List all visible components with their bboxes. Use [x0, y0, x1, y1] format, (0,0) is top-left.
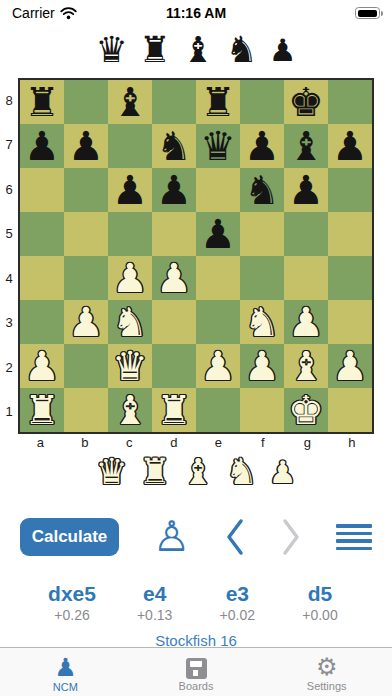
square-d1[interactable]: ♜ — [152, 388, 196, 432]
pawn-icon: ♟ — [54, 655, 76, 680]
square-g4[interactable] — [284, 256, 328, 300]
board-area: 87654321 ♜♝♜♚♟♟♞♛♟♝♟♟♟♞♟♟♟♟♟♞♞♟♟♛♟♟♝♟♜♝♜… — [0, 78, 392, 451]
square-e3[interactable] — [196, 300, 240, 344]
clock: 11:16 AM — [0, 5, 392, 21]
square-b6[interactable] — [64, 168, 108, 212]
file-label-d: d — [152, 435, 197, 451]
previous-move-chevron-icon[interactable] — [224, 517, 246, 557]
square-d5[interactable] — [152, 212, 196, 256]
move-san: e4 — [129, 582, 181, 606]
square-h8[interactable] — [328, 80, 372, 124]
file-label-h: h — [330, 435, 375, 451]
square-g2[interactable]: ♝ — [284, 344, 328, 388]
move-san: dxe5 — [46, 582, 98, 606]
tray-white-bishop[interactable]: ♝ — [182, 453, 214, 491]
square-g8[interactable]: ♚ — [284, 80, 328, 124]
square-e7[interactable]: ♛ — [196, 124, 240, 168]
gear-icon: ⚙ — [316, 655, 338, 679]
square-d2[interactable] — [152, 344, 196, 388]
square-d6[interactable]: ♟ — [152, 168, 196, 212]
black-pawn[interactable]: ♟ — [332, 124, 368, 168]
square-a5[interactable] — [20, 212, 64, 256]
square-h1[interactable] — [328, 388, 372, 432]
white-pawn[interactable]: ♟ — [332, 344, 368, 388]
square-f2[interactable]: ♟ — [240, 344, 284, 388]
square-e4[interactable] — [196, 256, 240, 300]
rank-label-3: 3 — [0, 301, 18, 346]
app-screen: Carrier 11:16 AM ♛♜♝♞♟ 87654321 ♜♝♜♚♟♟♞♛… — [0, 0, 392, 696]
white-bishop[interactable]: ♝ — [112, 388, 148, 432]
square-h5[interactable] — [328, 212, 372, 256]
move-eval: +0.13 — [129, 607, 181, 623]
square-d7[interactable]: ♞ — [152, 124, 196, 168]
square-c6[interactable]: ♟ — [108, 168, 152, 212]
square-e1[interactable] — [196, 388, 240, 432]
white-pawn[interactable]: ♟ — [112, 256, 148, 300]
square-b7[interactable]: ♟ — [64, 124, 108, 168]
square-a2[interactable]: ♟ — [20, 344, 64, 388]
square-e2[interactable]: ♟ — [196, 344, 240, 388]
square-f4[interactable] — [240, 256, 284, 300]
rank-label-2: 2 — [0, 345, 18, 390]
square-f6[interactable]: ♞ — [240, 168, 284, 212]
square-f1[interactable] — [240, 388, 284, 432]
square-g5[interactable] — [284, 212, 328, 256]
black-queen[interactable]: ♛ — [200, 124, 236, 168]
square-f5[interactable] — [240, 212, 284, 256]
black-pawn[interactable]: ♟ — [156, 168, 192, 212]
move-suggestion-dxe5[interactable]: dxe5+0.26 — [46, 582, 98, 623]
black-bishop[interactable]: ♝ — [112, 80, 148, 124]
black-rook[interactable]: ♜ — [200, 80, 236, 124]
white-pawn[interactable]: ♟ — [244, 344, 280, 388]
tray-black-bishop[interactable]: ♝ — [182, 31, 214, 69]
square-a8[interactable]: ♜ — [20, 80, 64, 124]
square-a6[interactable] — [20, 168, 64, 212]
square-h6[interactable] — [328, 168, 372, 212]
move-eval: +0.00 — [294, 607, 346, 623]
tray-white-rook[interactable]: ♜ — [139, 453, 171, 491]
white-pawn[interactable]: ♟ — [68, 300, 104, 344]
tab-ncm[interactable]: ♟ NCM — [0, 648, 131, 696]
square-c2[interactable]: ♛ — [108, 344, 152, 388]
square-d8[interactable] — [152, 80, 196, 124]
white-piece-tray: ♛♜♝♞♟ — [0, 453, 392, 491]
next-move-chevron-icon[interactable] — [280, 517, 302, 557]
white-king[interactable]: ♚ — [288, 388, 324, 432]
square-h2[interactable]: ♟ — [328, 344, 372, 388]
file-label-e: e — [196, 435, 241, 451]
square-g1[interactable]: ♚ — [284, 388, 328, 432]
white-pawn[interactable]: ♟ — [156, 256, 192, 300]
square-a7[interactable]: ♟ — [20, 124, 64, 168]
square-e6[interactable] — [196, 168, 240, 212]
black-pawn[interactable]: ♟ — [68, 124, 104, 168]
move-san: e3 — [211, 582, 263, 606]
square-f7[interactable]: ♟ — [240, 124, 284, 168]
black-pawn[interactable]: ♟ — [24, 124, 60, 168]
square-a4[interactable] — [20, 256, 64, 300]
rank-label-1: 1 — [0, 390, 18, 435]
black-knight[interactable]: ♞ — [156, 124, 192, 168]
square-c4[interactable]: ♟ — [108, 256, 152, 300]
black-king[interactable]: ♚ — [288, 80, 324, 124]
status-bar: Carrier 11:16 AM — [0, 0, 392, 26]
square-b5[interactable] — [64, 212, 108, 256]
black-pawn[interactable]: ♟ — [244, 124, 280, 168]
move-eval: +0.02 — [211, 607, 263, 623]
square-g6[interactable]: ♟ — [284, 168, 328, 212]
black-piece-tray: ♛♜♝♞♟ — [0, 29, 392, 69]
white-rook[interactable]: ♜ — [24, 388, 60, 432]
square-h4[interactable] — [328, 256, 372, 300]
side-to-move-pawn-icon[interactable]: ♙ — [153, 515, 191, 559]
tray-black-rook[interactable]: ♜ — [139, 31, 171, 69]
calculate-button[interactable]: Calculate — [20, 518, 119, 556]
tray-white-pawn[interactable]: ♟ — [269, 453, 297, 491]
rank-label-5: 5 — [0, 212, 18, 257]
black-pawn[interactable]: ♟ — [112, 168, 148, 212]
square-b4[interactable] — [64, 256, 108, 300]
floppy-disk-icon — [186, 658, 207, 679]
file-labels: abcdefgh — [18, 435, 374, 451]
move-eval: +0.26 — [46, 607, 98, 623]
controls-row: Calculate ♙ — [0, 515, 392, 559]
tray-black-knight[interactable]: ♞ — [225, 31, 257, 69]
square-c7[interactable] — [108, 124, 152, 168]
black-rook[interactable]: ♜ — [24, 80, 60, 124]
square-f8[interactable] — [240, 80, 284, 124]
square-d4[interactable]: ♟ — [152, 256, 196, 300]
rank-labels: 87654321 — [0, 78, 18, 434]
rank-label-8: 8 — [0, 78, 18, 123]
square-b3[interactable]: ♟ — [64, 300, 108, 344]
square-g3[interactable]: ♟ — [284, 300, 328, 344]
menu-icon[interactable] — [336, 524, 372, 550]
rank-label-6: 6 — [0, 167, 18, 212]
white-queen[interactable]: ♛ — [112, 344, 148, 388]
rank-label-7: 7 — [0, 123, 18, 168]
tab-bar: ♟ NCM Boards ⚙ Settings — [0, 647, 392, 696]
square-c3[interactable]: ♞ — [108, 300, 152, 344]
square-a3[interactable] — [20, 300, 64, 344]
battery-icon — [355, 7, 380, 19]
square-c5[interactable] — [108, 212, 152, 256]
square-c1[interactable]: ♝ — [108, 388, 152, 432]
square-g7[interactable]: ♝ — [284, 124, 328, 168]
square-h3[interactable] — [328, 300, 372, 344]
square-e8[interactable]: ♜ — [196, 80, 240, 124]
white-pawn[interactable]: ♟ — [200, 344, 236, 388]
square-c8[interactable]: ♝ — [108, 80, 152, 124]
square-b1[interactable] — [64, 388, 108, 432]
file-label-f: f — [241, 435, 286, 451]
white-rook[interactable]: ♜ — [156, 388, 192, 432]
square-d3[interactable] — [152, 300, 196, 344]
move-suggestion-d5[interactable]: d5+0.00 — [294, 582, 346, 623]
move-san: d5 — [294, 582, 346, 606]
square-e5[interactable]: ♟ — [196, 212, 240, 256]
square-a1[interactable]: ♜ — [20, 388, 64, 432]
move-suggestion-e3[interactable]: e3+0.02 — [211, 582, 263, 623]
square-h7[interactable]: ♟ — [328, 124, 372, 168]
file-label-b: b — [63, 435, 108, 451]
tab-boards[interactable]: Boards — [131, 648, 262, 696]
white-knight[interactable]: ♞ — [244, 300, 280, 344]
black-knight[interactable]: ♞ — [244, 168, 280, 212]
white-pawn[interactable]: ♟ — [288, 300, 324, 344]
white-pawn[interactable]: ♟ — [24, 344, 60, 388]
square-b2[interactable] — [64, 344, 108, 388]
square-b8[interactable] — [64, 80, 108, 124]
file-label-g: g — [285, 435, 330, 451]
tray-white-knight[interactable]: ♞ — [225, 453, 257, 491]
rank-label-4: 4 — [0, 256, 18, 301]
square-f3[interactable]: ♞ — [240, 300, 284, 344]
black-pawn[interactable]: ♟ — [288, 168, 324, 212]
black-pawn[interactable]: ♟ — [200, 212, 236, 256]
white-knight[interactable]: ♞ — [112, 300, 148, 344]
file-label-a: a — [18, 435, 63, 451]
move-suggestion-e4[interactable]: e4+0.13 — [129, 582, 181, 623]
tray-white-queen[interactable]: ♛ — [96, 453, 128, 491]
tray-black-pawn[interactable]: ♟ — [269, 31, 297, 69]
chess-board: ♜♝♜♚♟♟♞♛♟♝♟♟♟♞♟♟♟♟♟♞♞♟♟♛♟♟♝♟♜♝♜♚ — [18, 78, 374, 434]
tray-black-queen[interactable]: ♛ — [96, 31, 128, 69]
tab-settings[interactable]: ⚙ Settings — [261, 648, 392, 696]
white-bishop[interactable]: ♝ — [288, 344, 324, 388]
black-bishop[interactable]: ♝ — [288, 124, 324, 168]
file-label-c: c — [107, 435, 152, 451]
move-suggestions: dxe5+0.26e4+0.13e3+0.02d5+0.00 — [0, 582, 392, 623]
